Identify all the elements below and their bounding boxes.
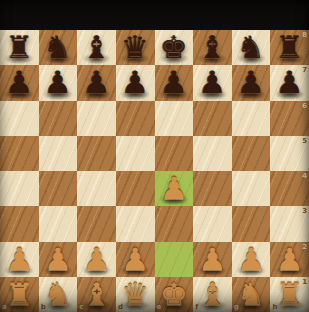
rank-label-3: 3 (302, 207, 307, 215)
file-label-h: h (272, 303, 277, 311)
rank-label-1: 1 (302, 278, 307, 286)
square-b7[interactable]: ♟ (39, 65, 78, 100)
white-pawn-d2[interactable]: ♟ (116, 242, 155, 277)
black-bishop-f8[interactable]: ♝ (193, 30, 232, 65)
square-d1[interactable]: d♛ (116, 277, 155, 312)
square-g2[interactable]: ♟ (232, 242, 271, 277)
square-a4[interactable] (0, 171, 39, 206)
square-c6[interactable] (77, 101, 116, 136)
black-bishop-c8[interactable]: ♝ (77, 30, 116, 65)
square-f2[interactable]: ♟ (193, 242, 232, 277)
square-b5[interactable] (39, 136, 78, 171)
square-f1[interactable]: f♝ (193, 277, 232, 312)
square-f8[interactable]: ♝ (193, 30, 232, 65)
square-g6[interactable] (232, 101, 271, 136)
file-label-d: d (118, 303, 123, 311)
rank-label-8: 8 (302, 31, 307, 39)
black-rook-a8[interactable]: ♜ (0, 30, 39, 65)
rank-label-2: 2 (302, 243, 307, 251)
square-h4[interactable]: 4 (270, 171, 309, 206)
square-h1[interactable]: 1h♜ (270, 277, 309, 312)
white-pawn-g2[interactable]: ♟ (232, 242, 271, 277)
square-e7[interactable]: ♟ (155, 65, 194, 100)
rank-label-4: 4 (302, 172, 307, 180)
square-g8[interactable]: ♞ (232, 30, 271, 65)
square-a8[interactable]: ♜ (0, 30, 39, 65)
square-d6[interactable] (116, 101, 155, 136)
square-e5[interactable] (155, 136, 194, 171)
square-f3[interactable] (193, 206, 232, 241)
square-e1[interactable]: e♚ (155, 277, 194, 312)
black-king-e8[interactable]: ♚ (155, 30, 194, 65)
square-h8[interactable]: 8♜ (270, 30, 309, 65)
square-g3[interactable] (232, 206, 271, 241)
square-c7[interactable]: ♟ (77, 65, 116, 100)
white-pawn-c2[interactable]: ♟ (77, 242, 116, 277)
square-f5[interactable] (193, 136, 232, 171)
square-a5[interactable] (0, 136, 39, 171)
square-g5[interactable] (232, 136, 271, 171)
file-label-g: g (234, 303, 239, 311)
white-pawn-a2[interactable]: ♟ (0, 242, 39, 277)
black-queen-d8[interactable]: ♛ (116, 30, 155, 65)
square-e8[interactable]: ♚ (155, 30, 194, 65)
square-h2[interactable]: 2♟ (270, 242, 309, 277)
square-d5[interactable] (116, 136, 155, 171)
black-pawn-a7[interactable]: ♟ (0, 65, 39, 100)
white-pawn-e4[interactable]: ♟ (155, 171, 194, 206)
square-d4[interactable] (116, 171, 155, 206)
square-e3[interactable] (155, 206, 194, 241)
square-h7[interactable]: 7♟ (270, 65, 309, 100)
file-label-f: f (195, 303, 198, 311)
square-f4[interactable] (193, 171, 232, 206)
square-g1[interactable]: g♞ (232, 277, 271, 312)
square-g7[interactable]: ♟ (232, 65, 271, 100)
white-pawn-b2[interactable]: ♟ (39, 242, 78, 277)
square-c3[interactable] (77, 206, 116, 241)
square-a6[interactable] (0, 101, 39, 136)
black-pawn-e7[interactable]: ♟ (155, 65, 194, 100)
square-c4[interactable] (77, 171, 116, 206)
square-d8[interactable]: ♛ (116, 30, 155, 65)
square-f6[interactable] (193, 101, 232, 136)
square-c2[interactable]: ♟ (77, 242, 116, 277)
file-label-b: b (41, 303, 46, 311)
file-label-a: a (2, 303, 7, 311)
square-d7[interactable]: ♟ (116, 65, 155, 100)
square-a7[interactable]: ♟ (0, 65, 39, 100)
square-h5[interactable]: 5 (270, 136, 309, 171)
chess-app-window: ♜♞♝♛♚♝♞8♜♟♟♟♟♟♟♟7♟65♟43♟♟♟♟♟♟2♟a♜b♞c♝d♛e… (0, 0, 309, 312)
square-c1[interactable]: c♝ (77, 277, 116, 312)
rank-label-7: 7 (302, 66, 307, 74)
black-knight-b8[interactable]: ♞ (39, 30, 78, 65)
square-b2[interactable]: ♟ (39, 242, 78, 277)
square-c8[interactable]: ♝ (77, 30, 116, 65)
white-bishop-f1[interactable]: ♝ (193, 277, 232, 312)
square-e4[interactable]: ♟ (155, 171, 194, 206)
black-pawn-d7[interactable]: ♟ (116, 65, 155, 100)
square-g4[interactable] (232, 171, 271, 206)
chess-board: ♜♞♝♛♚♝♞8♜♟♟♟♟♟♟♟7♟65♟43♟♟♟♟♟♟2♟a♜b♞c♝d♛e… (0, 30, 309, 312)
file-label-e: e (157, 303, 162, 311)
rank-label-6: 6 (302, 102, 307, 110)
black-pawn-b7[interactable]: ♟ (39, 65, 78, 100)
white-pawn-f2[interactable]: ♟ (193, 242, 232, 277)
square-h3[interactable]: 3 (270, 206, 309, 241)
black-pawn-f7[interactable]: ♟ (193, 65, 232, 100)
square-f7[interactable]: ♟ (193, 65, 232, 100)
square-e6[interactable] (155, 101, 194, 136)
square-e2[interactable] (155, 242, 194, 277)
square-a3[interactable] (0, 206, 39, 241)
square-a1[interactable]: a♜ (0, 277, 39, 312)
square-b6[interactable] (39, 101, 78, 136)
black-pawn-c7[interactable]: ♟ (77, 65, 116, 100)
square-d2[interactable]: ♟ (116, 242, 155, 277)
square-b3[interactable] (39, 206, 78, 241)
square-h6[interactable]: 6 (270, 101, 309, 136)
file-label-c: c (79, 303, 83, 311)
rank-label-5: 5 (302, 137, 307, 145)
black-knight-g8[interactable]: ♞ (232, 30, 271, 65)
square-b4[interactable] (39, 171, 78, 206)
square-d3[interactable] (116, 206, 155, 241)
square-a2[interactable]: ♟ (0, 242, 39, 277)
black-pawn-g7[interactable]: ♟ (232, 65, 271, 100)
square-b1[interactable]: b♞ (39, 277, 78, 312)
square-b8[interactable]: ♞ (39, 30, 78, 65)
square-c5[interactable] (77, 136, 116, 171)
